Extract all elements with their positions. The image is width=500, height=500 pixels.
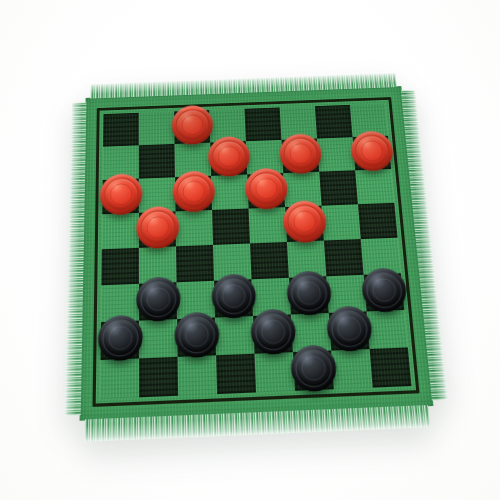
board-square[interactable] bbox=[216, 354, 256, 394]
board-square bbox=[211, 174, 248, 209]
board-square bbox=[100, 358, 139, 398]
board-square[interactable] bbox=[244, 107, 281, 141]
checkers-rug-mat bbox=[80, 86, 434, 421]
board-square[interactable] bbox=[139, 144, 175, 179]
checker-top-face bbox=[176, 174, 211, 208]
checker-black[interactable] bbox=[174, 312, 219, 359]
checker-black[interactable] bbox=[97, 315, 142, 362]
checker-red[interactable] bbox=[349, 131, 394, 172]
checker-top-face bbox=[103, 177, 138, 212]
board-square bbox=[322, 204, 361, 240]
checker-black[interactable] bbox=[289, 345, 337, 393]
checker-red[interactable] bbox=[244, 168, 288, 210]
checker-red[interactable] bbox=[207, 136, 250, 177]
checker-top-face bbox=[286, 204, 323, 239]
board-square bbox=[139, 319, 178, 358]
rug-perspective-wrapper bbox=[80, 86, 434, 421]
checker-red[interactable] bbox=[171, 105, 213, 145]
rug-fringe-left bbox=[65, 102, 87, 416]
board-square[interactable] bbox=[285, 206, 324, 242]
board-square[interactable] bbox=[139, 282, 177, 320]
checker-black[interactable] bbox=[250, 309, 296, 356]
checker-red[interactable] bbox=[282, 200, 327, 243]
board-square bbox=[317, 137, 355, 172]
board-square[interactable] bbox=[100, 321, 139, 360]
checker-black[interactable] bbox=[211, 273, 256, 319]
checker-top-face bbox=[282, 137, 318, 171]
checker-top-face bbox=[178, 316, 215, 354]
checker-top-face bbox=[102, 319, 138, 357]
board-square[interactable] bbox=[212, 209, 250, 245]
game-caption: checkers bbox=[0, 0, 1, 1]
checker-red[interactable] bbox=[172, 170, 215, 212]
board-square bbox=[139, 111, 175, 145]
board-square bbox=[355, 169, 394, 204]
board-square bbox=[215, 316, 254, 355]
board-square[interactable] bbox=[370, 347, 412, 387]
checker-top-face bbox=[353, 134, 390, 167]
board-square[interactable] bbox=[250, 242, 289, 279]
board-square[interactable] bbox=[139, 357, 178, 397]
checker-red[interactable] bbox=[99, 173, 142, 215]
rug-fringe-bottom bbox=[85, 405, 431, 442]
checker-top-face bbox=[215, 278, 252, 315]
checker-top-face bbox=[294, 349, 333, 388]
board-square[interactable] bbox=[281, 139, 319, 174]
checker-top-face bbox=[290, 275, 328, 312]
board-square bbox=[178, 355, 218, 395]
board-frame bbox=[93, 97, 420, 407]
checker-black[interactable] bbox=[286, 271, 332, 317]
board-square[interactable] bbox=[358, 203, 398, 239]
board-square bbox=[255, 352, 295, 392]
board-square[interactable] bbox=[174, 110, 210, 144]
board-square[interactable] bbox=[175, 176, 212, 212]
board-square[interactable] bbox=[210, 141, 247, 176]
board-square bbox=[102, 213, 139, 250]
checkers-board bbox=[100, 104, 411, 399]
checker-top-face bbox=[364, 272, 403, 309]
board-square[interactable] bbox=[329, 311, 370, 350]
board-square[interactable] bbox=[247, 173, 285, 208]
board-square[interactable] bbox=[293, 351, 334, 391]
product-photo-stage: checkers bbox=[0, 0, 500, 500]
board-square[interactable] bbox=[253, 315, 293, 354]
checker-black[interactable] bbox=[360, 268, 407, 313]
checker-red[interactable] bbox=[136, 206, 179, 249]
board-square bbox=[331, 349, 372, 389]
board-square[interactable] bbox=[103, 113, 139, 147]
board-square[interactable] bbox=[353, 136, 392, 170]
board-square[interactable] bbox=[102, 179, 139, 215]
board-square[interactable] bbox=[315, 105, 353, 139]
checker-top-face bbox=[175, 109, 209, 142]
checker-top-face bbox=[330, 310, 369, 348]
board-square[interactable] bbox=[324, 239, 364, 276]
checker-top-face bbox=[211, 140, 246, 174]
checker-top-face bbox=[248, 172, 284, 206]
board-square[interactable] bbox=[364, 273, 405, 311]
checker-top-face bbox=[140, 281, 176, 318]
board-square[interactable] bbox=[176, 245, 214, 282]
board-square[interactable] bbox=[289, 276, 329, 314]
board-square[interactable] bbox=[214, 279, 253, 317]
board-square[interactable] bbox=[177, 318, 216, 357]
board-square[interactable] bbox=[101, 248, 139, 285]
board-square bbox=[249, 207, 287, 243]
board-square[interactable] bbox=[139, 211, 176, 247]
checker-black[interactable] bbox=[136, 276, 180, 322]
checker-red[interactable] bbox=[278, 133, 322, 174]
board-square bbox=[367, 310, 408, 349]
checker-top-face bbox=[140, 210, 175, 245]
rug-fringe-top bbox=[90, 73, 396, 98]
board-square[interactable] bbox=[319, 170, 358, 205]
board-square bbox=[175, 210, 213, 246]
checker-top-face bbox=[254, 313, 292, 351]
